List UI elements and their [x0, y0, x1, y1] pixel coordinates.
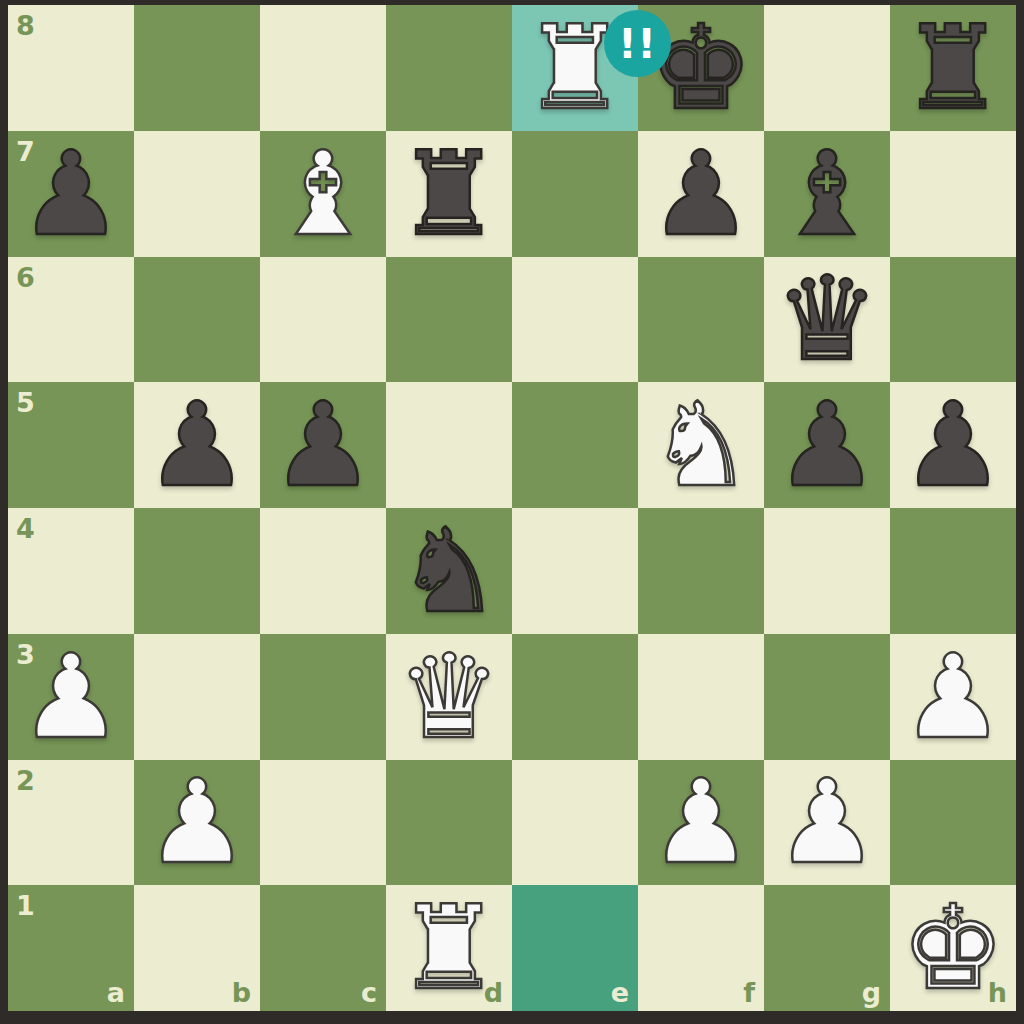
square-c2[interactable] [260, 760, 386, 886]
square-a6[interactable]: 6 [8, 257, 134, 383]
square-c5[interactable]: ♟ [260, 382, 386, 508]
square-d2[interactable] [386, 760, 512, 886]
square-h5[interactable]: ♟ [890, 382, 1016, 508]
square-h7[interactable] [890, 131, 1016, 257]
file-label-c: c [361, 977, 377, 1008]
square-e6[interactable] [512, 257, 638, 383]
square-h2[interactable] [890, 760, 1016, 886]
black-pawn[interactable]: ♟ [271, 387, 375, 503]
square-d4[interactable]: ♞ [386, 508, 512, 634]
square-g2[interactable]: ♟ [764, 760, 890, 886]
square-h4[interactable] [890, 508, 1016, 634]
square-d6[interactable] [386, 257, 512, 383]
square-h6[interactable] [890, 257, 1016, 383]
square-c3[interactable] [260, 634, 386, 760]
square-a7[interactable]: 7♟ [8, 131, 134, 257]
square-g6[interactable]: ♛ [764, 257, 890, 383]
square-e4[interactable] [512, 508, 638, 634]
rank-label-8: 8 [16, 10, 35, 41]
file-label-a: a [107, 977, 125, 1008]
square-g5[interactable]: ♟ [764, 382, 890, 508]
black-pawn[interactable]: ♟ [901, 387, 1005, 503]
square-g1[interactable]: g [764, 885, 890, 1011]
square-a4[interactable]: 4 [8, 508, 134, 634]
white-pawn[interactable]: ♟ [649, 764, 753, 880]
file-label-f: f [743, 977, 755, 1008]
black-pawn[interactable]: ♟ [145, 387, 249, 503]
rank-label-1: 1 [16, 890, 35, 921]
square-g4[interactable] [764, 508, 890, 634]
rank-label-4: 4 [16, 513, 35, 544]
black-bishop[interactable]: ♝ [775, 136, 879, 252]
square-h8[interactable]: ♜ [890, 5, 1016, 131]
square-b5[interactable]: ♟ [134, 382, 260, 508]
square-a3[interactable]: 3♟ [8, 634, 134, 760]
file-label-b: b [232, 977, 251, 1008]
square-h1[interactable]: h♚ [890, 885, 1016, 1011]
square-b7[interactable] [134, 131, 260, 257]
square-f4[interactable] [638, 508, 764, 634]
square-f7[interactable]: ♟ [638, 131, 764, 257]
black-pawn[interactable]: ♟ [19, 136, 123, 252]
square-c7[interactable]: ♝ [260, 131, 386, 257]
square-b6[interactable] [134, 257, 260, 383]
square-b8[interactable] [134, 5, 260, 131]
square-a1[interactable]: 1a [8, 885, 134, 1011]
square-g3[interactable] [764, 634, 890, 760]
brilliant-move-badge: !! [604, 10, 671, 77]
square-a5[interactable]: 5 [8, 382, 134, 508]
white-pawn[interactable]: ♟ [901, 639, 1005, 755]
square-f3[interactable] [638, 634, 764, 760]
file-label-g: g [862, 977, 881, 1008]
black-rook[interactable]: ♜ [901, 10, 1005, 126]
square-d3[interactable]: ♛ [386, 634, 512, 760]
square-e1[interactable]: e [512, 885, 638, 1011]
white-knight[interactable]: ♞ [649, 387, 753, 503]
square-b1[interactable]: b [134, 885, 260, 1011]
white-pawn[interactable]: ♟ [145, 764, 249, 880]
white-pawn[interactable]: ♟ [19, 639, 123, 755]
black-rook[interactable]: ♜ [397, 136, 501, 252]
square-e2[interactable] [512, 760, 638, 886]
square-f6[interactable] [638, 257, 764, 383]
square-f5[interactable]: ♞ [638, 382, 764, 508]
board-frame: 8♜!!♚♜7♟♝♜♟♝6♛5♟♟♞♟♟4♞3♟♛♟2♟♟♟1abcd♜efgh… [0, 0, 1024, 1024]
square-g8[interactable] [764, 5, 890, 131]
rank-label-6: 6 [16, 262, 35, 293]
square-f1[interactable]: f [638, 885, 764, 1011]
black-queen[interactable]: ♛ [775, 261, 879, 377]
black-pawn[interactable]: ♟ [775, 387, 879, 503]
square-a2[interactable]: 2 [8, 760, 134, 886]
rank-label-2: 2 [16, 765, 35, 796]
square-b3[interactable] [134, 634, 260, 760]
square-d8[interactable] [386, 5, 512, 131]
chess-board: 8♜!!♚♜7♟♝♜♟♝6♛5♟♟♞♟♟4♞3♟♛♟2♟♟♟1abcd♜efgh… [8, 5, 1016, 1011]
square-a8[interactable]: 8 [8, 5, 134, 131]
white-bishop[interactable]: ♝ [271, 136, 375, 252]
black-knight[interactable]: ♞ [397, 513, 501, 629]
square-c1[interactable]: c [260, 885, 386, 1011]
square-b4[interactable] [134, 508, 260, 634]
square-d1[interactable]: d♜ [386, 885, 512, 1011]
square-e5[interactable] [512, 382, 638, 508]
square-c4[interactable] [260, 508, 386, 634]
square-h3[interactable]: ♟ [890, 634, 1016, 760]
square-c8[interactable] [260, 5, 386, 131]
square-e3[interactable] [512, 634, 638, 760]
white-pawn[interactable]: ♟ [775, 764, 879, 880]
square-b2[interactable]: ♟ [134, 760, 260, 886]
file-label-e: e [611, 977, 629, 1008]
square-e7[interactable] [512, 131, 638, 257]
square-e8[interactable]: ♜!! [512, 5, 638, 131]
white-rook[interactable]: ♜ [397, 890, 501, 1006]
square-d5[interactable] [386, 382, 512, 508]
square-g7[interactable]: ♝ [764, 131, 890, 257]
square-f2[interactable]: ♟ [638, 760, 764, 886]
white-queen[interactable]: ♛ [397, 639, 501, 755]
square-c6[interactable] [260, 257, 386, 383]
black-pawn[interactable]: ♟ [649, 136, 753, 252]
square-d7[interactable]: ♜ [386, 131, 512, 257]
rank-label-5: 5 [16, 387, 35, 418]
white-king[interactable]: ♚ [901, 890, 1005, 1006]
